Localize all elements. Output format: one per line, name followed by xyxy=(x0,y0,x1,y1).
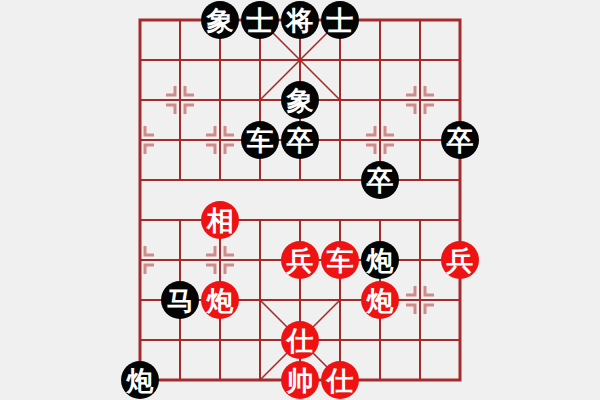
point-c8-r1[interactable] xyxy=(440,40,480,80)
black-cannon-1[interactable]: 炮 xyxy=(361,241,399,279)
point-c7-r6[interactable] xyxy=(400,240,440,280)
point-c6-r0[interactable] xyxy=(360,0,400,40)
point-c3-r2[interactable] xyxy=(240,80,280,120)
point-c8-r2[interactable] xyxy=(440,80,480,120)
point-c0-r3[interactable] xyxy=(120,120,160,160)
red-elephant[interactable]: 相 xyxy=(201,201,239,239)
point-c7-r8[interactable] xyxy=(400,320,440,360)
red-soldier-1[interactable]: 兵 xyxy=(281,241,319,279)
point-c7-r9[interactable] xyxy=(400,360,440,400)
point-c5-r4[interactable] xyxy=(320,160,360,200)
red-cannon-1[interactable]: 炮 xyxy=(201,281,239,319)
point-c0-r2[interactable] xyxy=(120,80,160,120)
red-cannon-2[interactable]: 炮 xyxy=(361,281,399,319)
point-c6-r9[interactable] xyxy=(360,360,400,400)
black-soldier-1[interactable]: 卒 xyxy=(281,121,319,159)
point-c7-r1[interactable] xyxy=(400,40,440,80)
point-c4-r4[interactable] xyxy=(280,160,320,200)
point-c5-r5[interactable] xyxy=(320,200,360,240)
point-c2-r6[interactable] xyxy=(200,240,240,280)
point-c6-r1[interactable] xyxy=(360,40,400,80)
black-general[interactable]: 将 xyxy=(281,1,319,39)
black-soldier-2[interactable]: 卒 xyxy=(441,121,479,159)
black-horse[interactable]: 马 xyxy=(161,281,199,319)
point-c3-r5[interactable] xyxy=(240,200,280,240)
point-c5-r8[interactable] xyxy=(320,320,360,360)
black-elephant-2[interactable]: 象 xyxy=(281,81,319,119)
black-advisor-2[interactable]: 士 xyxy=(321,1,359,39)
point-c0-r0[interactable] xyxy=(120,0,160,40)
point-c8-r4[interactable] xyxy=(440,160,480,200)
point-c0-r4[interactable] xyxy=(120,160,160,200)
point-c5-r1[interactable] xyxy=(320,40,360,80)
point-c3-r9[interactable] xyxy=(240,360,280,400)
xiangqi-board: 象士将士象车卒卒卒相兵车炮兵马炮炮仕炮帅仕 xyxy=(0,0,600,400)
red-advisor-1[interactable]: 仕 xyxy=(281,321,319,359)
point-c3-r6[interactable] xyxy=(240,240,280,280)
black-soldier-3[interactable]: 卒 xyxy=(361,161,399,199)
point-c0-r5[interactable] xyxy=(120,200,160,240)
point-c1-r2[interactable] xyxy=(160,80,200,120)
point-c1-r3[interactable] xyxy=(160,120,200,160)
point-c7-r0[interactable] xyxy=(400,0,440,40)
point-c1-r0[interactable] xyxy=(160,0,200,40)
point-c5-r3[interactable] xyxy=(320,120,360,160)
point-c2-r9[interactable] xyxy=(200,360,240,400)
point-c3-r7[interactable] xyxy=(240,280,280,320)
point-c6-r2[interactable] xyxy=(360,80,400,120)
point-c2-r1[interactable] xyxy=(200,40,240,80)
point-c2-r8[interactable] xyxy=(200,320,240,360)
point-c7-r4[interactable] xyxy=(400,160,440,200)
point-c7-r2[interactable] xyxy=(400,80,440,120)
point-c8-r8[interactable] xyxy=(440,320,480,360)
point-c5-r2[interactable] xyxy=(320,80,360,120)
point-c2-r3[interactable] xyxy=(200,120,240,160)
point-c8-r5[interactable] xyxy=(440,200,480,240)
red-soldier-2[interactable]: 兵 xyxy=(441,241,479,279)
point-c2-r2[interactable] xyxy=(200,80,240,120)
red-chariot[interactable]: 车 xyxy=(321,241,359,279)
point-c1-r8[interactable] xyxy=(160,320,200,360)
red-general[interactable]: 帅 xyxy=(281,361,319,399)
point-c8-r0[interactable] xyxy=(440,0,480,40)
point-c6-r3[interactable] xyxy=(360,120,400,160)
point-c4-r1[interactable] xyxy=(280,40,320,80)
point-c4-r7[interactable] xyxy=(280,280,320,320)
point-c3-r8[interactable] xyxy=(240,320,280,360)
point-c1-r5[interactable] xyxy=(160,200,200,240)
point-c6-r8[interactable] xyxy=(360,320,400,360)
point-c4-r5[interactable] xyxy=(280,200,320,240)
point-c5-r7[interactable] xyxy=(320,280,360,320)
point-c1-r4[interactable] xyxy=(160,160,200,200)
black-cannon-2[interactable]: 炮 xyxy=(121,361,159,399)
point-c3-r4[interactable] xyxy=(240,160,280,200)
point-c7-r5[interactable] xyxy=(400,200,440,240)
point-c1-r1[interactable] xyxy=(160,40,200,80)
point-c0-r6[interactable] xyxy=(120,240,160,280)
red-advisor-2[interactable]: 仕 xyxy=(321,361,359,399)
point-c8-r9[interactable] xyxy=(440,360,480,400)
point-c7-r7[interactable] xyxy=(400,280,440,320)
black-elephant-1[interactable]: 象 xyxy=(201,1,239,39)
point-c1-r6[interactable] xyxy=(160,240,200,280)
point-c7-r3[interactable] xyxy=(400,120,440,160)
black-chariot[interactable]: 车 xyxy=(241,121,279,159)
point-c3-r1[interactable] xyxy=(240,40,280,80)
point-c0-r1[interactable] xyxy=(120,40,160,80)
point-c0-r7[interactable] xyxy=(120,280,160,320)
point-c8-r7[interactable] xyxy=(440,280,480,320)
point-c1-r9[interactable] xyxy=(160,360,200,400)
point-c6-r5[interactable] xyxy=(360,200,400,240)
point-c2-r4[interactable] xyxy=(200,160,240,200)
point-c0-r8[interactable] xyxy=(120,320,160,360)
black-advisor-1[interactable]: 士 xyxy=(241,1,279,39)
